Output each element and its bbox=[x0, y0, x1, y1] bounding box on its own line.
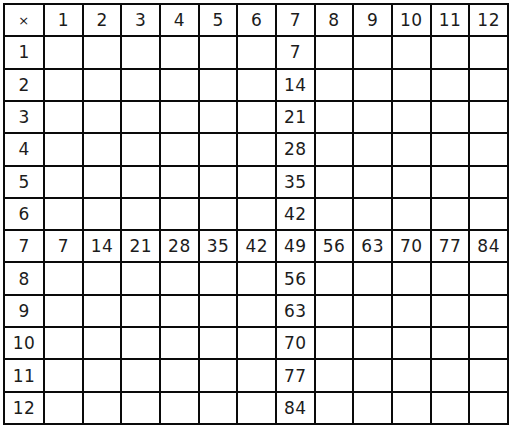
cell-r11-c4[interactable] bbox=[161, 360, 198, 390]
cell-r9-c10[interactable] bbox=[393, 296, 430, 326]
cell-r3-c12[interactable] bbox=[470, 102, 507, 132]
row-header-2: 2 bbox=[5, 70, 43, 100]
cell-r7-c4[interactable]: 28 bbox=[161, 231, 198, 261]
cell-r12-c2[interactable] bbox=[84, 393, 121, 423]
cell-r1-c1[interactable] bbox=[45, 37, 82, 67]
col-header-12: 12 bbox=[470, 5, 507, 35]
cell-r6-c4[interactable] bbox=[161, 199, 198, 229]
cell-r10-c8[interactable] bbox=[316, 328, 353, 358]
cell-r6-c9[interactable] bbox=[354, 199, 391, 229]
cell-r2-c10[interactable] bbox=[393, 70, 430, 100]
cell-r8-c5[interactable] bbox=[200, 263, 237, 293]
cell-r7-c8[interactable]: 56 bbox=[316, 231, 353, 261]
cell-r6-c1[interactable] bbox=[45, 199, 82, 229]
row-header-11: 11 bbox=[5, 360, 43, 390]
corner-multiply-sign: × bbox=[5, 5, 43, 35]
row-header-5: 5 bbox=[5, 167, 43, 197]
cell-r8-c1[interactable] bbox=[45, 263, 82, 293]
cell-r9-c12[interactable] bbox=[470, 296, 507, 326]
col-header-11: 11 bbox=[432, 5, 469, 35]
cell-r5-c1[interactable] bbox=[45, 167, 82, 197]
cell-r9-c11[interactable] bbox=[432, 296, 469, 326]
cell-r11-c12[interactable] bbox=[470, 360, 507, 390]
cell-r1-c3[interactable] bbox=[122, 37, 159, 67]
cell-r10-c9[interactable] bbox=[354, 328, 391, 358]
cell-r10-c6[interactable] bbox=[238, 328, 275, 358]
cell-r3-c6[interactable] bbox=[238, 102, 275, 132]
cell-r9-c6[interactable] bbox=[238, 296, 275, 326]
cell-r7-c6[interactable]: 42 bbox=[238, 231, 275, 261]
cell-r10-c7[interactable]: 70 bbox=[277, 328, 314, 358]
cell-r6-c11[interactable] bbox=[432, 199, 469, 229]
cell-r11-c9[interactable] bbox=[354, 360, 391, 390]
row-header-4: 4 bbox=[5, 134, 43, 164]
col-header-3: 3 bbox=[122, 5, 159, 35]
cell-r12-c8[interactable] bbox=[316, 393, 353, 423]
cell-r3-c11[interactable] bbox=[432, 102, 469, 132]
cell-r3-c10[interactable] bbox=[393, 102, 430, 132]
cell-r9-c9[interactable] bbox=[354, 296, 391, 326]
cell-r11-c8[interactable] bbox=[316, 360, 353, 390]
cell-r6-c5[interactable] bbox=[200, 199, 237, 229]
cell-r3-c5[interactable] bbox=[200, 102, 237, 132]
cell-r6-c3[interactable] bbox=[122, 199, 159, 229]
cell-r2-c8[interactable] bbox=[316, 70, 353, 100]
row-header-3: 3 bbox=[5, 102, 43, 132]
col-header-1: 1 bbox=[45, 5, 82, 35]
cell-r10-c10[interactable] bbox=[393, 328, 430, 358]
cell-r9-c3[interactable] bbox=[122, 296, 159, 326]
cell-r5-c7[interactable]: 35 bbox=[277, 167, 314, 197]
cell-r8-c12[interactable] bbox=[470, 263, 507, 293]
cell-r5-c11[interactable] bbox=[432, 167, 469, 197]
cell-r1-c6[interactable] bbox=[238, 37, 275, 67]
cell-r9-c7[interactable]: 63 bbox=[277, 296, 314, 326]
cell-r10-c2[interactable] bbox=[84, 328, 121, 358]
row-header-9: 9 bbox=[5, 296, 43, 326]
cell-r4-c11[interactable] bbox=[432, 134, 469, 164]
cell-r5-c5[interactable] bbox=[200, 167, 237, 197]
cell-r4-c5[interactable] bbox=[200, 134, 237, 164]
cell-r10-c11[interactable] bbox=[432, 328, 469, 358]
cell-r2-c1[interactable] bbox=[45, 70, 82, 100]
cell-r4-c4[interactable] bbox=[161, 134, 198, 164]
cell-r8-c8[interactable] bbox=[316, 263, 353, 293]
cell-r3-c8[interactable] bbox=[316, 102, 353, 132]
cell-r2-c11[interactable] bbox=[432, 70, 469, 100]
row-header-12: 12 bbox=[5, 393, 43, 423]
cell-r1-c9[interactable] bbox=[354, 37, 391, 67]
cell-r11-c1[interactable] bbox=[45, 360, 82, 390]
cell-r6-c6[interactable] bbox=[238, 199, 275, 229]
cell-r1-c8[interactable] bbox=[316, 37, 353, 67]
cell-r11-c10[interactable] bbox=[393, 360, 430, 390]
cell-r2-c2[interactable] bbox=[84, 70, 121, 100]
col-header-2: 2 bbox=[84, 5, 121, 35]
cell-r12-c11[interactable] bbox=[432, 393, 469, 423]
cell-r1-c12[interactable] bbox=[470, 37, 507, 67]
cell-r2-c3[interactable] bbox=[122, 70, 159, 100]
cell-r8-c9[interactable] bbox=[354, 263, 391, 293]
cell-r9-c2[interactable] bbox=[84, 296, 121, 326]
cell-r5-c10[interactable] bbox=[393, 167, 430, 197]
cell-r8-c10[interactable] bbox=[393, 263, 430, 293]
cell-r4-c3[interactable] bbox=[122, 134, 159, 164]
cell-r12-c7[interactable]: 84 bbox=[277, 393, 314, 423]
col-header-7: 7 bbox=[277, 5, 314, 35]
cell-r8-c6[interactable] bbox=[238, 263, 275, 293]
cell-r4-c9[interactable] bbox=[354, 134, 391, 164]
cell-r10-c1[interactable] bbox=[45, 328, 82, 358]
cell-r12-c9[interactable] bbox=[354, 393, 391, 423]
row-header-8: 8 bbox=[5, 263, 43, 293]
cell-r3-c9[interactable] bbox=[354, 102, 391, 132]
cell-r11-c2[interactable] bbox=[84, 360, 121, 390]
cell-r9-c8[interactable] bbox=[316, 296, 353, 326]
cell-r10-c4[interactable] bbox=[161, 328, 198, 358]
cell-r11-c6[interactable] bbox=[238, 360, 275, 390]
cell-r5-c8[interactable] bbox=[316, 167, 353, 197]
cell-r4-c1[interactable] bbox=[45, 134, 82, 164]
cell-r3-c7[interactable]: 21 bbox=[277, 102, 314, 132]
cell-r7-c3[interactable]: 21 bbox=[122, 231, 159, 261]
cell-r1-c5[interactable] bbox=[200, 37, 237, 67]
cell-r7-c1[interactable]: 7 bbox=[45, 231, 82, 261]
cell-r4-c7[interactable]: 28 bbox=[277, 134, 314, 164]
cell-r8-c7[interactable]: 56 bbox=[277, 263, 314, 293]
cell-r10-c12[interactable] bbox=[470, 328, 507, 358]
cell-r6-c7[interactable]: 42 bbox=[277, 199, 314, 229]
cell-r12-c4[interactable] bbox=[161, 393, 198, 423]
cell-r7-c9[interactable]: 63 bbox=[354, 231, 391, 261]
cell-r4-c12[interactable] bbox=[470, 134, 507, 164]
cell-r11-c7[interactable]: 77 bbox=[277, 360, 314, 390]
cell-r3-c1[interactable] bbox=[45, 102, 82, 132]
cell-r8-c11[interactable] bbox=[432, 263, 469, 293]
cell-r10-c3[interactable] bbox=[122, 328, 159, 358]
row-header-1: 1 bbox=[5, 37, 43, 67]
cell-r3-c2[interactable] bbox=[84, 102, 121, 132]
cell-r7-c7[interactable]: 49 bbox=[277, 231, 314, 261]
col-header-9: 9 bbox=[354, 5, 391, 35]
col-header-10: 10 bbox=[393, 5, 430, 35]
cell-r1-c4[interactable] bbox=[161, 37, 198, 67]
cell-r6-c12[interactable] bbox=[470, 199, 507, 229]
cell-r2-c9[interactable] bbox=[354, 70, 391, 100]
cell-r7-c10[interactable]: 70 bbox=[393, 231, 430, 261]
cell-r5-c2[interactable] bbox=[84, 167, 121, 197]
cell-r12-c1[interactable] bbox=[45, 393, 82, 423]
cell-r6-c8[interactable] bbox=[316, 199, 353, 229]
cell-r4-c6[interactable] bbox=[238, 134, 275, 164]
cell-r7-c12[interactable]: 84 bbox=[470, 231, 507, 261]
cell-r2-c5[interactable] bbox=[200, 70, 237, 100]
cell-r12-c12[interactable] bbox=[470, 393, 507, 423]
cell-r4-c10[interactable] bbox=[393, 134, 430, 164]
cell-r11-c11[interactable] bbox=[432, 360, 469, 390]
cell-r5-c12[interactable] bbox=[470, 167, 507, 197]
cell-r9-c4[interactable] bbox=[161, 296, 198, 326]
cell-r8-c3[interactable] bbox=[122, 263, 159, 293]
cell-r9-c5[interactable] bbox=[200, 296, 237, 326]
cell-r12-c6[interactable] bbox=[238, 393, 275, 423]
row-header-6: 6 bbox=[5, 199, 43, 229]
cell-r7-c2[interactable]: 14 bbox=[84, 231, 121, 261]
cell-r11-c3[interactable] bbox=[122, 360, 159, 390]
row-header-7: 7 bbox=[5, 231, 43, 261]
cell-r3-c3[interactable] bbox=[122, 102, 159, 132]
multiplication-board: ×123456789101112172143214285356427714212… bbox=[3, 3, 509, 425]
cell-r11-c5[interactable] bbox=[200, 360, 237, 390]
cell-r9-c1[interactable] bbox=[45, 296, 82, 326]
row-header-10: 10 bbox=[5, 328, 43, 358]
cell-r4-c2[interactable] bbox=[84, 134, 121, 164]
cell-r12-c10[interactable] bbox=[393, 393, 430, 423]
cell-r5-c6[interactable] bbox=[238, 167, 275, 197]
cell-r8-c2[interactable] bbox=[84, 263, 121, 293]
cell-r2-c6[interactable] bbox=[238, 70, 275, 100]
col-header-4: 4 bbox=[161, 5, 198, 35]
cell-r8-c4[interactable] bbox=[161, 263, 198, 293]
col-header-5: 5 bbox=[200, 5, 237, 35]
cell-r5-c4[interactable] bbox=[161, 167, 198, 197]
cell-r2-c12[interactable] bbox=[470, 70, 507, 100]
cell-r5-c3[interactable] bbox=[122, 167, 159, 197]
cell-r1-c11[interactable] bbox=[432, 37, 469, 67]
cell-r2-c4[interactable] bbox=[161, 70, 198, 100]
cell-r12-c3[interactable] bbox=[122, 393, 159, 423]
cell-r7-c5[interactable]: 35 bbox=[200, 231, 237, 261]
cell-r1-c10[interactable] bbox=[393, 37, 430, 67]
cell-r6-c2[interactable] bbox=[84, 199, 121, 229]
cell-r1-c7[interactable]: 7 bbox=[277, 37, 314, 67]
cell-r7-c11[interactable]: 77 bbox=[432, 231, 469, 261]
cell-r10-c5[interactable] bbox=[200, 328, 237, 358]
cell-r2-c7[interactable]: 14 bbox=[277, 70, 314, 100]
cell-r1-c2[interactable] bbox=[84, 37, 121, 67]
cell-r12-c5[interactable] bbox=[200, 393, 237, 423]
cell-r4-c8[interactable] bbox=[316, 134, 353, 164]
cell-r3-c4[interactable] bbox=[161, 102, 198, 132]
col-header-6: 6 bbox=[238, 5, 275, 35]
col-header-8: 8 bbox=[316, 5, 353, 35]
cell-r6-c10[interactable] bbox=[393, 199, 430, 229]
cell-r5-c9[interactable] bbox=[354, 167, 391, 197]
